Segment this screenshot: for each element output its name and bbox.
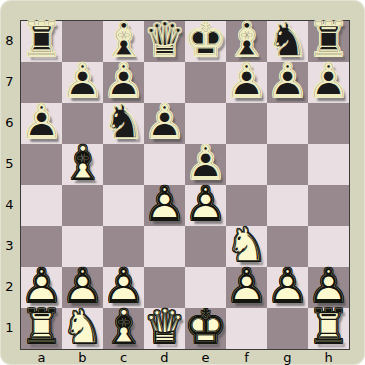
- square-a1[interactable]: ♜♖: [21, 308, 62, 349]
- square-a6[interactable]: ♟♙: [21, 103, 62, 144]
- square-g8[interactable]: ♞♘: [267, 21, 308, 62]
- white-queen-icon: ♛♕: [144, 304, 185, 349]
- square-e3[interactable]: [185, 226, 226, 267]
- rank-label-2: 2: [0, 266, 19, 307]
- square-b8[interactable]: [62, 21, 103, 62]
- rank-label-8: 8: [0, 20, 19, 61]
- square-c7[interactable]: ♟♙: [103, 62, 144, 103]
- square-f1[interactable]: [226, 308, 267, 349]
- black-pawn-icon: ♟♙: [185, 140, 226, 185]
- white-pawn-icon: ♟♙: [144, 181, 185, 226]
- white-bishop-icon: ♝♗: [103, 304, 144, 349]
- square-f3[interactable]: ♞♘: [226, 226, 267, 267]
- square-c1[interactable]: ♝♗: [103, 308, 144, 349]
- square-a7[interactable]: [21, 62, 62, 103]
- rank-label-3: 3: [0, 225, 19, 266]
- black-queen-icon: ♛♕: [144, 17, 185, 62]
- square-b2[interactable]: ♟♙: [62, 267, 103, 308]
- white-knight-icon: ♞♘: [62, 304, 103, 349]
- black-knight-icon: ♞♘: [267, 17, 308, 62]
- white-pawn-icon: ♟♙: [267, 263, 308, 308]
- rank-label-1: 1: [0, 307, 19, 348]
- square-g1[interactable]: [267, 308, 308, 349]
- square-g6[interactable]: [267, 103, 308, 144]
- file-label-b: b: [62, 349, 103, 365]
- square-h5[interactable]: [308, 144, 349, 185]
- square-d6[interactable]: ♟♙: [144, 103, 185, 144]
- square-h2[interactable]: ♟♙: [308, 267, 349, 308]
- square-a5[interactable]: [21, 144, 62, 185]
- white-rook-icon: ♜♖: [308, 304, 349, 349]
- rank-label-5: 5: [0, 143, 19, 184]
- square-g3[interactable]: [267, 226, 308, 267]
- square-h4[interactable]: [308, 185, 349, 226]
- square-b4[interactable]: [62, 185, 103, 226]
- square-f7[interactable]: ♟♙: [226, 62, 267, 103]
- file-label-f: f: [226, 349, 267, 365]
- square-e2[interactable]: [185, 267, 226, 308]
- black-rook-icon: ♜♖: [308, 17, 349, 62]
- square-d1[interactable]: ♛♕: [144, 308, 185, 349]
- square-e8[interactable]: ♚♔: [185, 21, 226, 62]
- black-bishop-icon: ♝♗: [103, 17, 144, 62]
- square-b6[interactable]: [62, 103, 103, 144]
- white-pawn-icon: ♟♙: [21, 263, 62, 308]
- white-pawn-icon: ♟♙: [226, 263, 267, 308]
- white-pawn-icon: ♟♙: [62, 263, 103, 308]
- square-c5[interactable]: [103, 144, 144, 185]
- rank-label-6: 6: [0, 102, 19, 143]
- square-g2[interactable]: ♟♙: [267, 267, 308, 308]
- square-e1[interactable]: ♚♔: [185, 308, 226, 349]
- black-pawn-icon: ♟♙: [267, 58, 308, 103]
- square-f4[interactable]: [226, 185, 267, 226]
- square-g5[interactable]: [267, 144, 308, 185]
- black-pawn-icon: ♟♙: [308, 58, 349, 103]
- white-bishop-icon: ♝♗: [62, 140, 103, 185]
- file-label-c: c: [103, 349, 144, 365]
- rank-label-7: 7: [0, 61, 19, 102]
- file-label-d: d: [144, 349, 185, 365]
- square-c3[interactable]: [103, 226, 144, 267]
- square-g4[interactable]: [267, 185, 308, 226]
- square-a8[interactable]: ♜♖: [21, 21, 62, 62]
- square-a2[interactable]: ♟♙: [21, 267, 62, 308]
- square-c8[interactable]: ♝♗: [103, 21, 144, 62]
- square-b5[interactable]: ♝♗: [62, 144, 103, 185]
- square-h1[interactable]: ♜♖: [308, 308, 349, 349]
- rank-label-4: 4: [0, 184, 19, 225]
- file-label-g: g: [267, 349, 308, 365]
- square-e7[interactable]: [185, 62, 226, 103]
- white-king-icon: ♚♔: [185, 304, 226, 349]
- black-king-icon: ♚♔: [185, 17, 226, 62]
- square-c6[interactable]: ♞♘: [103, 103, 144, 144]
- square-a3[interactable]: [21, 226, 62, 267]
- square-h3[interactable]: [308, 226, 349, 267]
- square-d5[interactable]: [144, 144, 185, 185]
- square-b1[interactable]: ♞♘: [62, 308, 103, 349]
- square-h7[interactable]: ♟♙: [308, 62, 349, 103]
- square-d7[interactable]: [144, 62, 185, 103]
- black-pawn-icon: ♟♙: [103, 58, 144, 103]
- black-pawn-icon: ♟♙: [144, 99, 185, 144]
- black-knight-icon: ♞♘: [103, 99, 144, 144]
- white-pawn-icon: ♟♙: [185, 181, 226, 226]
- square-f2[interactable]: ♟♙: [226, 267, 267, 308]
- square-h6[interactable]: [308, 103, 349, 144]
- square-a4[interactable]: [21, 185, 62, 226]
- square-f6[interactable]: [226, 103, 267, 144]
- black-rook-icon: ♜♖: [21, 17, 62, 62]
- black-pawn-icon: ♟♙: [226, 58, 267, 103]
- square-f8[interactable]: ♝♗: [226, 21, 267, 62]
- white-pawn-icon: ♟♙: [103, 263, 144, 308]
- file-label-a: a: [21, 349, 62, 365]
- square-d2[interactable]: [144, 267, 185, 308]
- square-e6[interactable]: [185, 103, 226, 144]
- square-g7[interactable]: ♟♙: [267, 62, 308, 103]
- white-knight-icon: ♞♘: [226, 222, 267, 267]
- white-rook-icon: ♜♖: [21, 304, 62, 349]
- square-d8[interactable]: ♛♕: [144, 21, 185, 62]
- white-pawn-icon: ♟♙: [308, 263, 349, 308]
- square-d3[interactable]: [144, 226, 185, 267]
- square-c2[interactable]: ♟♙: [103, 267, 144, 308]
- square-f5[interactable]: [226, 144, 267, 185]
- square-c4[interactable]: [103, 185, 144, 226]
- board-panel: ♜♖♝♗♛♕♚♔♝♗♞♘♜♖♟♙♟♙♟♙♟♙♟♙♟♙♞♘♟♙♝♗♟♙♟♙♟♙♞♘…: [0, 0, 365, 365]
- black-bishop-icon: ♝♗: [226, 17, 267, 62]
- square-b7[interactable]: ♟♙: [62, 62, 103, 103]
- file-label-h: h: [308, 349, 349, 365]
- chess-board: ♜♖♝♗♛♕♚♔♝♗♞♘♜♖♟♙♟♙♟♙♟♙♟♙♟♙♞♘♟♙♝♗♟♙♟♙♟♙♞♘…: [20, 20, 350, 350]
- square-e5[interactable]: ♟♙: [185, 144, 226, 185]
- black-pawn-icon: ♟♙: [21, 99, 62, 144]
- square-h8[interactable]: ♜♖: [308, 21, 349, 62]
- square-d4[interactable]: ♟♙: [144, 185, 185, 226]
- square-e4[interactable]: ♟♙: [185, 185, 226, 226]
- file-label-e: e: [185, 349, 226, 365]
- square-b3[interactable]: [62, 226, 103, 267]
- black-pawn-icon: ♟♙: [62, 58, 103, 103]
